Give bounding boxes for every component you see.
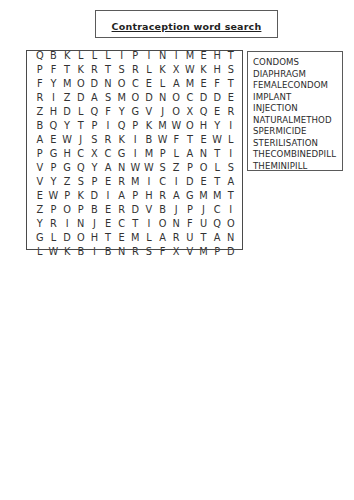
grid-cell: W	[47, 245, 61, 259]
grid-cell: E	[197, 77, 211, 91]
grid-cell: L	[142, 231, 156, 245]
grid-cell: F	[183, 217, 197, 231]
word-list-item: NATURALMETHOD	[253, 115, 340, 127]
grid-cell: W	[169, 119, 183, 133]
grid-cell: L	[33, 245, 47, 259]
grid-cell: L	[169, 147, 183, 161]
grid-cell: W	[210, 133, 224, 147]
word-list-item: SPERMICIDE	[253, 126, 340, 138]
grid-cell: D	[224, 245, 238, 259]
grid-cell: M	[183, 49, 197, 63]
grid-cell: N	[74, 217, 88, 231]
grid-cell: P	[128, 189, 142, 203]
grid-cell: H	[197, 119, 211, 133]
grid-cell: M	[142, 147, 156, 161]
grid-cell: H	[47, 105, 61, 119]
word-list-item: THECOMBINEDPILL	[253, 149, 340, 161]
grid-cell: G	[128, 105, 142, 119]
grid-cell: C	[210, 203, 224, 217]
grid-cell: J	[156, 105, 170, 119]
grid-cell: S	[115, 63, 129, 77]
grid-cell: H	[210, 49, 224, 63]
grid-cell: I	[60, 217, 74, 231]
grid-cell: F	[169, 133, 183, 147]
grid-cell: N	[169, 217, 183, 231]
grid-cell: C	[101, 147, 115, 161]
grid-cell: E	[101, 175, 115, 189]
grid-cell: M	[60, 77, 74, 91]
grid-cell: T	[224, 49, 238, 63]
grid-cell: K	[74, 189, 88, 203]
grid-cell: L	[101, 49, 115, 63]
grid-cell: P	[128, 119, 142, 133]
grid-cell: J	[88, 217, 102, 231]
grid-cell: K	[74, 63, 88, 77]
grid-cell: Q	[210, 217, 224, 231]
grid-cell: I	[47, 91, 61, 105]
grid-cell: B	[101, 245, 115, 259]
grid-cell: F	[47, 63, 61, 77]
grid-cell: X	[169, 63, 183, 77]
grid-cell: C	[128, 77, 142, 91]
grid-cell: M	[128, 175, 142, 189]
grid-cell: J	[197, 203, 211, 217]
grid-cell: W	[156, 133, 170, 147]
grid-cell: E	[101, 203, 115, 217]
grid-cell: G	[60, 161, 74, 175]
grid-cell: T	[101, 63, 115, 77]
word-list-item: IMPLANT	[253, 92, 340, 104]
title-box: Contraception word search	[95, 10, 278, 38]
grid-cell: G	[33, 231, 47, 245]
grid-cell: W	[128, 161, 142, 175]
grid-cell: Z	[33, 105, 47, 119]
grid-cell: T	[74, 119, 88, 133]
grid-cell: Q	[33, 49, 47, 63]
grid-cell: W	[47, 189, 61, 203]
grid-cell: Z	[169, 161, 183, 175]
grid-cell: F	[156, 245, 170, 259]
grid-cell: A	[101, 161, 115, 175]
grid-cell: L	[47, 231, 61, 245]
grid-cell: A	[210, 231, 224, 245]
grid-cell: P	[156, 147, 170, 161]
grid-cell: R	[156, 189, 170, 203]
grid-cell: R	[224, 105, 238, 119]
grid-cell: M	[183, 77, 197, 91]
grid-cell: R	[128, 63, 142, 77]
grid-cell: L	[74, 105, 88, 119]
grid-cell: I	[169, 175, 183, 189]
grid-cell: F	[210, 77, 224, 91]
grid-cell: N	[156, 49, 170, 63]
grid-cell: A	[115, 189, 129, 203]
grid-cell: R	[101, 133, 115, 147]
grid-cell: C	[115, 217, 129, 231]
wordsearch-grid: QBKLLLIPINIMEHTPFTKRTSRLKXWKHSFYMODNOCEL…	[33, 49, 238, 259]
grid-cell: I	[128, 147, 142, 161]
grid-cell: F	[101, 105, 115, 119]
grid-cell: P	[33, 147, 47, 161]
grid-cell: Y	[47, 77, 61, 91]
grid-cell: I	[101, 189, 115, 203]
grid-cell: K	[156, 63, 170, 77]
grid-cell: S	[74, 175, 88, 189]
grid-cell: B	[156, 203, 170, 217]
grid-cell: G	[115, 147, 129, 161]
grid-cell: Y	[47, 175, 61, 189]
grid-cell: E	[197, 49, 211, 63]
grid-cell: I	[115, 49, 129, 63]
grid-cell: H	[210, 63, 224, 77]
grid-cell: P	[128, 49, 142, 63]
grid-cell: K	[197, 63, 211, 77]
grid-cell: I	[224, 147, 238, 161]
grid-cell: A	[169, 189, 183, 203]
grid-cell: E	[197, 133, 211, 147]
grid-cell: N	[101, 77, 115, 91]
grid-cell: T	[224, 77, 238, 91]
grid-cell: Q	[88, 105, 102, 119]
grid-cell: O	[183, 119, 197, 133]
grid-cell: D	[210, 91, 224, 105]
grid-cell: R	[128, 245, 142, 259]
grid-cell: T	[210, 147, 224, 161]
grid-cell: O	[169, 105, 183, 119]
grid-cell: K	[142, 119, 156, 133]
grid-cell: U	[197, 217, 211, 231]
grid-cell: X	[183, 105, 197, 119]
grid-cell: J	[169, 203, 183, 217]
grid-cell: N	[115, 161, 129, 175]
grid-cell: E	[101, 217, 115, 231]
grid-cell: I	[224, 119, 238, 133]
grid-cell: P	[210, 245, 224, 259]
grid-cell: M	[197, 245, 211, 259]
grid-cell: Q	[47, 119, 61, 133]
grid-cell: K	[60, 49, 74, 63]
grid-cell: S	[224, 63, 238, 77]
grid-cell: O	[60, 203, 74, 217]
grid-cell: Y	[115, 105, 129, 119]
grid-cell: A	[169, 77, 183, 91]
grid-cell: W	[60, 133, 74, 147]
grid-cell: A	[156, 231, 170, 245]
grid-cell: S	[142, 245, 156, 259]
grid-cell: I	[128, 133, 142, 147]
page-title: Contraception word search	[112, 21, 262, 32]
grid-cell: O	[197, 161, 211, 175]
grid-cell: E	[210, 105, 224, 119]
grid-cell: O	[128, 91, 142, 105]
grid-cell: P	[88, 119, 102, 133]
grid-cell: D	[74, 91, 88, 105]
grid-cell: D	[128, 203, 142, 217]
grid-cell: Q	[115, 119, 129, 133]
grid-cell: V	[183, 245, 197, 259]
grid-cell: S	[101, 91, 115, 105]
grid-cell: Y	[60, 119, 74, 133]
grid-cell: I	[142, 49, 156, 63]
grid-cell: S	[88, 133, 102, 147]
grid-cell: R	[47, 217, 61, 231]
grid-cell: R	[115, 203, 129, 217]
grid-cell: B	[88, 203, 102, 217]
grid-cell: R	[169, 231, 183, 245]
grid-cell: G	[183, 189, 197, 203]
grid-cell: D	[60, 105, 74, 119]
grid-cell: L	[74, 49, 88, 63]
grid-cell: P	[47, 203, 61, 217]
grid-cell: B	[47, 49, 61, 63]
grid-cell: P	[88, 175, 102, 189]
grid-cell: O	[224, 217, 238, 231]
grid-cell: E	[47, 133, 61, 147]
grid-cell: P	[183, 203, 197, 217]
grid-cell: T	[183, 133, 197, 147]
grid-cell: D	[183, 175, 197, 189]
grid-cell: M	[156, 119, 170, 133]
grid-cell: D	[88, 189, 102, 203]
grid-cell: Y	[33, 217, 47, 231]
grid-cell: V	[142, 203, 156, 217]
grid-cell: B	[74, 245, 88, 259]
grid-cell: M	[210, 189, 224, 203]
grid-cell: K	[115, 133, 129, 147]
grid-cell: I	[169, 49, 183, 63]
grid-cell: Q	[197, 105, 211, 119]
grid-cell: I	[142, 175, 156, 189]
grid-cell: N	[115, 245, 129, 259]
grid-cell: X	[169, 245, 183, 259]
word-list-item: INJECTION	[253, 103, 340, 115]
grid-cell: E	[142, 77, 156, 91]
grid-cell: L	[156, 77, 170, 91]
grid-cell: I	[224, 203, 238, 217]
grid-cell: C	[156, 175, 170, 189]
grid-cell: T	[224, 189, 238, 203]
word-list-item: DIAPHRAGM	[253, 69, 340, 81]
grid-cell: E	[197, 175, 211, 189]
grid-cell: V	[33, 161, 47, 175]
grid-cell: R	[115, 175, 129, 189]
grid-cell: K	[60, 245, 74, 259]
word-list-item: CONDOMS	[253, 57, 340, 69]
grid-cell: B	[33, 119, 47, 133]
word-list-item: THEMINIPILL	[253, 161, 340, 173]
grid-cell: N	[156, 91, 170, 105]
grid-cell: T	[60, 63, 74, 77]
grid-cell: Z	[60, 91, 74, 105]
grid-cell: W	[183, 63, 197, 77]
grid-cell: M	[115, 91, 129, 105]
grid-cell: P	[60, 189, 74, 203]
grid-cell: H	[60, 147, 74, 161]
grid-cell: M	[197, 189, 211, 203]
grid-cell: J	[74, 133, 88, 147]
grid-cell: M	[128, 231, 142, 245]
grid-cell: P	[74, 203, 88, 217]
grid-cell: N	[197, 147, 211, 161]
grid-cell: H	[142, 189, 156, 203]
grid-cell: A	[33, 133, 47, 147]
grid-cell: Z	[60, 175, 74, 189]
grid-cell: R	[33, 91, 47, 105]
grid-cell: D	[142, 91, 156, 105]
grid-cell: Q	[74, 161, 88, 175]
grid-cell: L	[142, 63, 156, 77]
grid-cell: P	[47, 161, 61, 175]
grid-cell: A	[183, 147, 197, 161]
grid-cell: O	[74, 77, 88, 91]
grid-cell: E	[115, 231, 129, 245]
grid-cell: L	[210, 161, 224, 175]
grid-cell: T	[101, 231, 115, 245]
grid-cell: G	[47, 147, 61, 161]
grid-cell: E	[33, 189, 47, 203]
grid-cell: O	[74, 231, 88, 245]
grid-cell: T	[210, 175, 224, 189]
grid-cell: P	[33, 63, 47, 77]
grid-cell: A	[224, 175, 238, 189]
grid-cell: S	[156, 161, 170, 175]
grid-cell: V	[33, 175, 47, 189]
grid-cell: D	[60, 231, 74, 245]
grid-cell: V	[142, 105, 156, 119]
grid-cell: F	[33, 77, 47, 91]
grid-cell: D	[88, 77, 102, 91]
grid-cell: I	[88, 245, 102, 259]
grid-cell: N	[224, 231, 238, 245]
grid-cell: Z	[33, 203, 47, 217]
grid-cell: S	[224, 161, 238, 175]
word-list-item: FEMALECONDOM	[253, 80, 340, 92]
grid-cell: X	[88, 147, 102, 161]
grid-cell: D	[197, 91, 211, 105]
word-list: CONDOMSDIAPHRAGMFEMALECONDOMIMPLANTINJEC…	[247, 51, 343, 171]
grid-cell: C	[183, 91, 197, 105]
grid-cell: T	[128, 217, 142, 231]
grid-cell: W	[142, 161, 156, 175]
grid-cell: P	[183, 161, 197, 175]
grid-cell: C	[74, 147, 88, 161]
grid-cell: L	[88, 49, 102, 63]
grid-cell: H	[88, 231, 102, 245]
grid-cell: O	[156, 217, 170, 231]
grid-cell: L	[224, 133, 238, 147]
grid-cell: B	[142, 133, 156, 147]
grid-cell: O	[115, 77, 129, 91]
grid-cell: Y	[210, 119, 224, 133]
grid-cell: E	[224, 91, 238, 105]
grid-cell: A	[88, 91, 102, 105]
grid-cell: I	[101, 119, 115, 133]
word-list-item: STERILISATION	[253, 138, 340, 150]
grid-cell: T	[197, 231, 211, 245]
grid-cell: R	[88, 63, 102, 77]
grid-cell: O	[169, 91, 183, 105]
grid-cell: I	[142, 217, 156, 231]
grid-cell: Y	[88, 161, 102, 175]
grid-cell: U	[183, 231, 197, 245]
